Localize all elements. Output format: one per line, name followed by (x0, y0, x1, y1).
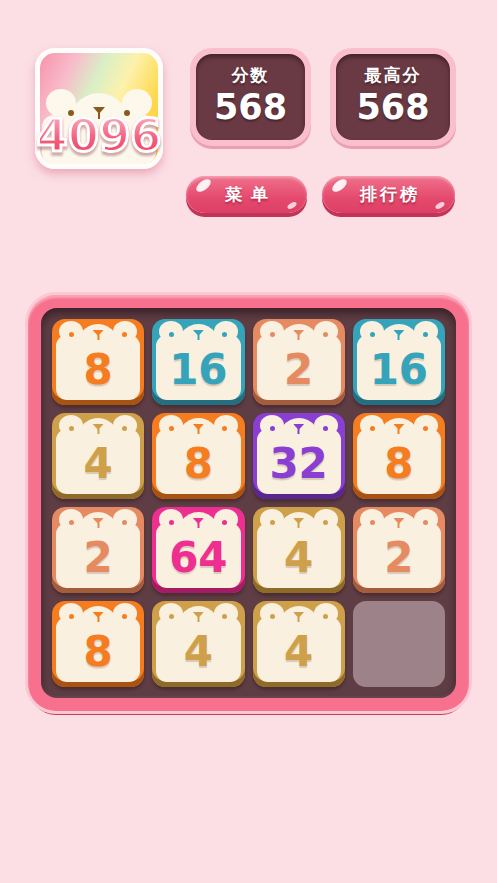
bear-eye-icon (323, 426, 328, 431)
menu-button[interactable]: 菜单 (186, 176, 307, 213)
tile-4-r4c3: 4 (253, 601, 345, 687)
score-panel: 分数 568 (190, 48, 311, 146)
tile-number: 8 (353, 435, 445, 491)
app-logo: 4096 (35, 48, 163, 169)
tile-2-r1c3: 2 (253, 319, 345, 405)
tile-number: 4 (152, 623, 244, 679)
tile-number: 4 (253, 529, 345, 585)
tile-8-r4c1: 8 (52, 601, 144, 687)
bear-eye-icon (370, 520, 375, 525)
bear-eye-icon (423, 520, 428, 525)
bear-eye-icon (270, 520, 275, 525)
tile-number: 8 (52, 341, 144, 397)
tile-16-r1c2: 16 (152, 319, 244, 405)
tile-16-r1c4: 16 (353, 319, 445, 405)
bear-eye-icon (270, 614, 275, 619)
leaderboard-button[interactable]: 排行榜 (322, 176, 455, 213)
best-score-panel: 最高分 568 (330, 48, 456, 146)
game-board[interactable]: 8162164832826442844 (28, 295, 469, 711)
tile-8-r2c2: 8 (152, 413, 244, 499)
game-screen: 4096 分数 568 最高分 568 菜单 排行榜 8162164832826… (0, 0, 497, 883)
tile-number: 2 (253, 341, 345, 397)
tile-8-r2c4: 8 (353, 413, 445, 499)
tile-4-r4c2: 4 (152, 601, 244, 687)
bear-eye-icon (323, 614, 328, 619)
tile-grid: 8162164832826442844 (52, 319, 445, 687)
bear-eye-icon (323, 520, 328, 525)
tile-32-r2c3: 32 (253, 413, 345, 499)
tile-number: 2 (353, 529, 445, 585)
bear-eye-icon (423, 426, 428, 431)
bear-eye-icon (370, 426, 375, 431)
tile-number: 32 (253, 435, 345, 491)
tile-number: 16 (152, 341, 244, 397)
empty-cell-r4c4 (353, 601, 445, 687)
bear-eye-icon (270, 332, 275, 337)
logo-number: 4096 (34, 109, 164, 162)
bear-eye-icon (323, 332, 328, 337)
tile-number: 4 (253, 623, 345, 679)
score-label: 分数 (196, 64, 305, 87)
tile-number: 16 (353, 341, 445, 397)
tile-number: 64 (152, 529, 244, 585)
tile-4-r2c1: 4 (52, 413, 144, 499)
bear-eye-icon (370, 332, 375, 337)
tile-number: 4 (52, 435, 144, 491)
score-value: 568 (196, 89, 305, 125)
bear-eye-icon (270, 426, 275, 431)
board-inner: 8162164832826442844 (41, 308, 456, 698)
tile-number: 8 (152, 435, 244, 491)
tile-2-r3c4: 2 (353, 507, 445, 593)
bear-eye-icon (423, 332, 428, 337)
tile-2-r3c1: 2 (52, 507, 144, 593)
best-score-value: 568 (336, 89, 450, 125)
tile-8-r1c1: 8 (52, 319, 144, 405)
best-score-label: 最高分 (336, 64, 450, 87)
tile-64-r3c2: 64 (152, 507, 244, 593)
tile-number: 2 (52, 529, 144, 585)
tile-number: 8 (52, 623, 144, 679)
tile-4-r3c3: 4 (253, 507, 345, 593)
